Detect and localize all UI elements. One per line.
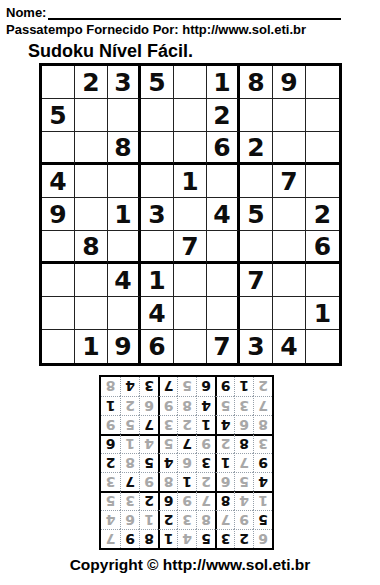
solution-cell-r9c5: 5 (177, 377, 196, 396)
puzzle-cell-r9c9[interactable] (306, 330, 339, 363)
puzzle-cell-r7c4[interactable]: 1 (141, 264, 174, 297)
puzzle-cell-r3c2[interactable] (75, 132, 108, 165)
puzzle-cell-r6c2[interactable]: 8 (75, 231, 108, 264)
solution-cell-r9c8: 4 (120, 377, 139, 396)
puzzle-cell-r9c5[interactable] (174, 330, 207, 363)
name-label: Nome: (6, 5, 46, 20)
solution-cell-r7c1: 8 (253, 415, 272, 434)
puzzle-cell-r5c2[interactable] (75, 198, 108, 231)
solution-cell-r5c3: 1 (215, 453, 234, 472)
solution-cell-r6c1: 3 (253, 434, 272, 453)
solution-cell-r1c4: 5 (196, 529, 215, 548)
puzzle-cell-r5c7[interactable]: 5 (240, 198, 273, 231)
puzzle-cell-r7c7[interactable]: 7 (240, 264, 273, 297)
solution-cell-r7c2: 6 (234, 415, 253, 434)
puzzle-cell-r2c7[interactable] (240, 99, 273, 132)
solution-cell-r3c7: 2 (139, 491, 158, 510)
solution-cell-r2c6: 2 (158, 510, 177, 529)
page-title: Sudoku Nível Fácil. (28, 41, 193, 62)
puzzle-cell-r7c6[interactable] (207, 264, 240, 297)
puzzle-cell-r5c4[interactable]: 3 (141, 198, 174, 231)
solution-cell-r9c3: 9 (215, 377, 234, 396)
solution-cell-r1c3: 3 (215, 529, 234, 548)
puzzle-cell-r8c3[interactable] (108, 297, 141, 330)
solution-cell-r2c8: 6 (120, 510, 139, 529)
puzzle-cell-r1c9[interactable] (306, 66, 339, 99)
solution-cell-r4c7: 9 (139, 472, 158, 491)
solution-cell-r9c6: 7 (158, 377, 177, 396)
solution-cell-r3c3: 8 (215, 491, 234, 510)
puzzle-cell-r2c9[interactable] (306, 99, 339, 132)
solution-cell-r4c9: 3 (101, 472, 120, 491)
puzzle-cell-r8c1[interactable] (42, 297, 75, 330)
puzzle-cell-r3c6[interactable]: 6 (207, 132, 240, 165)
puzzle-cell-r1c1[interactable] (42, 66, 75, 99)
solution-cell-r8c2: 3 (234, 396, 253, 415)
solution-cell-r9c1: 2 (253, 377, 272, 396)
puzzle-cell-r9c7[interactable]: 3 (240, 330, 273, 363)
puzzle-cell-r4c2[interactable] (75, 165, 108, 198)
puzzle-cell-r9c1[interactable] (42, 330, 75, 363)
puzzle-cell-r5c5[interactable] (174, 198, 207, 231)
solution-cell-r5c6: 4 (158, 453, 177, 472)
solution-cell-r5c9: 2 (101, 453, 120, 472)
worksheet-page: Nome: Passatempo Fornecido Por: http://w… (0, 0, 380, 585)
name-row: Nome: (6, 3, 341, 20)
solution-cell-r6c8: 1 (120, 434, 139, 453)
solution-cell-r2c1: 5 (253, 510, 272, 529)
puzzle-cell-r1c7[interactable]: 8 (240, 66, 273, 99)
puzzle-cell-r1c5[interactable] (174, 66, 207, 99)
puzzle-cell-r4c5[interactable]: 1 (174, 165, 207, 198)
name-fill-line (48, 3, 341, 20)
solution-cell-r7c6: 3 (158, 415, 177, 434)
puzzle-cell-r3c7[interactable]: 2 (240, 132, 273, 165)
puzzle-cell-r2c4[interactable] (141, 99, 174, 132)
solution-cell-r2c5: 3 (177, 510, 196, 529)
puzzle-cell-r2c1[interactable]: 5 (42, 99, 75, 132)
solution-cell-r9c2: 1 (234, 377, 253, 396)
solution-cell-r5c5: 6 (177, 453, 196, 472)
puzzle-cell-r6c8[interactable] (273, 231, 306, 264)
puzzle-cell-r4c1[interactable]: 4 (42, 165, 75, 198)
solution-cell-r3c2: 4 (234, 491, 253, 510)
puzzle-cell-r2c8[interactable] (273, 99, 306, 132)
puzzle-cell-r4c3[interactable] (108, 165, 141, 198)
solution-cell-r4c8: 7 (120, 472, 139, 491)
puzzle-cell-r5c9[interactable]: 2 (306, 198, 339, 231)
puzzle-cell-r2c3[interactable] (108, 99, 141, 132)
solution-cell-r3c5: 9 (177, 491, 196, 510)
solution-cell-r8c8: 2 (120, 396, 139, 415)
puzzle-cell-r3c4[interactable] (141, 132, 174, 165)
puzzle-cell-r7c1[interactable] (42, 264, 75, 297)
puzzle-cell-r7c2[interactable] (75, 264, 108, 297)
puzzle-cell-r1c2[interactable]: 2 (75, 66, 108, 99)
puzzle-cell-r9c8[interactable]: 4 (273, 330, 306, 363)
solution-cell-r4c3: 6 (215, 472, 234, 491)
solution-cell-r8c6: 9 (158, 396, 177, 415)
puzzle-cell-r6c1[interactable] (42, 231, 75, 264)
puzzle-cell-r1c6[interactable]: 1 (207, 66, 240, 99)
puzzle-cell-r7c5[interactable] (174, 264, 207, 297)
puzzle-cell-r8c8[interactable] (273, 297, 306, 330)
puzzle-cell-r2c5[interactable] (174, 99, 207, 132)
solution-cell-r2c3: 7 (215, 510, 234, 529)
solution-cell-r2c2: 9 (234, 510, 253, 529)
puzzle-cell-r5c1[interactable]: 9 (42, 198, 75, 231)
puzzle-cell-r5c6[interactable]: 4 (207, 198, 240, 231)
solution-cell-r2c7: 1 (139, 510, 158, 529)
solution-cell-r8c9: 1 (101, 396, 120, 415)
provider-line: Passatempo Fornecido Por: http://www.sol… (6, 22, 306, 37)
puzzle-cell-r3c1[interactable] (42, 132, 75, 165)
solution-cell-r7c4: 1 (196, 415, 215, 434)
puzzle-cell-r4c4[interactable] (141, 165, 174, 198)
puzzle-cell-r7c9[interactable] (306, 264, 339, 297)
solution-cell-r4c6: 8 (158, 472, 177, 491)
solution-cell-r9c9: 8 (101, 377, 120, 396)
solution-cell-r6c6: 5 (158, 434, 177, 453)
puzzle-cell-r4c9[interactable] (306, 165, 339, 198)
puzzle-cell-r9c2[interactable]: 1 (75, 330, 108, 363)
puzzle-cell-r6c6[interactable] (207, 231, 240, 264)
puzzle-cell-r2c2[interactable] (75, 99, 108, 132)
solution-cell-r7c9: 9 (101, 415, 120, 434)
puzzle-cell-r9c4[interactable]: 6 (141, 330, 174, 363)
solution-cell-r1c8: 9 (120, 529, 139, 548)
puzzle-cell-r4c6[interactable] (207, 165, 240, 198)
puzzle-cell-r9c3[interactable]: 9 (108, 330, 141, 363)
solution-cell-r5c8: 8 (120, 453, 139, 472)
solution-cell-r8c1: 7 (253, 396, 272, 415)
solution-cell-r3c4: 7 (196, 491, 215, 510)
solution-cell-r8c3: 5 (215, 396, 234, 415)
puzzle-cell-r8c2[interactable] (75, 297, 108, 330)
puzzle-cell-r7c3[interactable]: 4 (108, 264, 141, 297)
solution-cell-r1c9: 7 (101, 529, 120, 548)
solution-cell-r1c7: 8 (139, 529, 158, 548)
puzzle-cell-r6c4[interactable] (141, 231, 174, 264)
solution-cell-r3c8: 3 (120, 491, 139, 510)
solution-cell-r4c4: 2 (196, 472, 215, 491)
solution-cell-r6c9: 6 (101, 434, 120, 453)
sudoku-puzzle-grid: 2351895286241791345287641741196734 (39, 63, 342, 366)
solution-cell-r2c9: 4 (101, 510, 120, 529)
solution-cell-r4c2: 5 (234, 472, 253, 491)
solution-cell-r7c5: 2 (177, 415, 196, 434)
puzzle-cell-r5c8[interactable] (273, 198, 306, 231)
solution-cell-r6c2: 8 (234, 434, 253, 453)
sudoku-solution-grid: 6235418975978321641487962354562189739713… (99, 375, 274, 550)
solution-cell-r7c3: 4 (215, 415, 234, 434)
solution-cell-r6c5: 7 (177, 434, 196, 453)
solution-cell-r6c3: 2 (215, 434, 234, 453)
solution-cell-r8c4: 4 (196, 396, 215, 415)
puzzle-cell-r3c9[interactable] (306, 132, 339, 165)
puzzle-cell-r1c4[interactable]: 5 (141, 66, 174, 99)
puzzle-cell-r8c6[interactable] (207, 297, 240, 330)
solution-cell-r3c6: 6 (158, 491, 177, 510)
solution-cell-r6c7: 4 (139, 434, 158, 453)
puzzle-cell-r6c7[interactable] (240, 231, 273, 264)
solution-cell-r5c2: 7 (234, 453, 253, 472)
puzzle-cell-r6c5[interactable]: 7 (174, 231, 207, 264)
puzzle-cell-r1c8[interactable]: 9 (273, 66, 306, 99)
solution-cell-r1c2: 2 (234, 529, 253, 548)
puzzle-cell-r8c7[interactable] (240, 297, 273, 330)
solution-cell-r1c1: 6 (253, 529, 272, 548)
solution-cell-r5c4: 3 (196, 453, 215, 472)
solution-cell-r6c4: 9 (196, 434, 215, 453)
puzzle-cell-r4c7[interactable] (240, 165, 273, 198)
puzzle-cell-r5c3[interactable]: 1 (108, 198, 141, 231)
solution-cell-r4c5: 1 (177, 472, 196, 491)
copyright: Copyright © http://www.sol.eti.br (0, 556, 380, 574)
solution-cell-r1c6: 1 (158, 529, 177, 548)
solution-cell-r1c5: 4 (177, 529, 196, 548)
solution-cell-r8c5: 8 (177, 396, 196, 415)
puzzle-cell-r6c3[interactable] (108, 231, 141, 264)
solution-cell-r8c7: 6 (139, 396, 158, 415)
solution-cell-r9c7: 3 (139, 377, 158, 396)
puzzle-cell-r8c5[interactable] (174, 297, 207, 330)
puzzle-cell-r6c9[interactable]: 6 (306, 231, 339, 264)
solution-cell-r3c1: 1 (253, 491, 272, 510)
solution-cell-r5c1: 9 (253, 453, 272, 472)
solution-cell-r9c4: 6 (196, 377, 215, 396)
solution-cell-r5c7: 5 (139, 453, 158, 472)
puzzle-cell-r2c6[interactable]: 2 (207, 99, 240, 132)
solution-cell-r2c4: 8 (196, 510, 215, 529)
solution-cell-r3c9: 5 (101, 491, 120, 510)
puzzle-cell-r3c5[interactable] (174, 132, 207, 165)
solution-cell-r4c1: 4 (253, 472, 272, 491)
puzzle-cell-r8c9[interactable]: 1 (306, 297, 339, 330)
puzzle-cell-r9c6[interactable]: 7 (207, 330, 240, 363)
puzzle-cell-r3c3[interactable]: 8 (108, 132, 141, 165)
solution-cell-r7c7: 7 (139, 415, 158, 434)
puzzle-cell-r1c3[interactable]: 3 (108, 66, 141, 99)
puzzle-cell-r3c8[interactable] (273, 132, 306, 165)
puzzle-cell-r7c8[interactable] (273, 264, 306, 297)
puzzle-cell-r4c8[interactable]: 7 (273, 165, 306, 198)
solution-cell-r7c8: 5 (120, 415, 139, 434)
puzzle-cell-r8c4[interactable]: 4 (141, 297, 174, 330)
